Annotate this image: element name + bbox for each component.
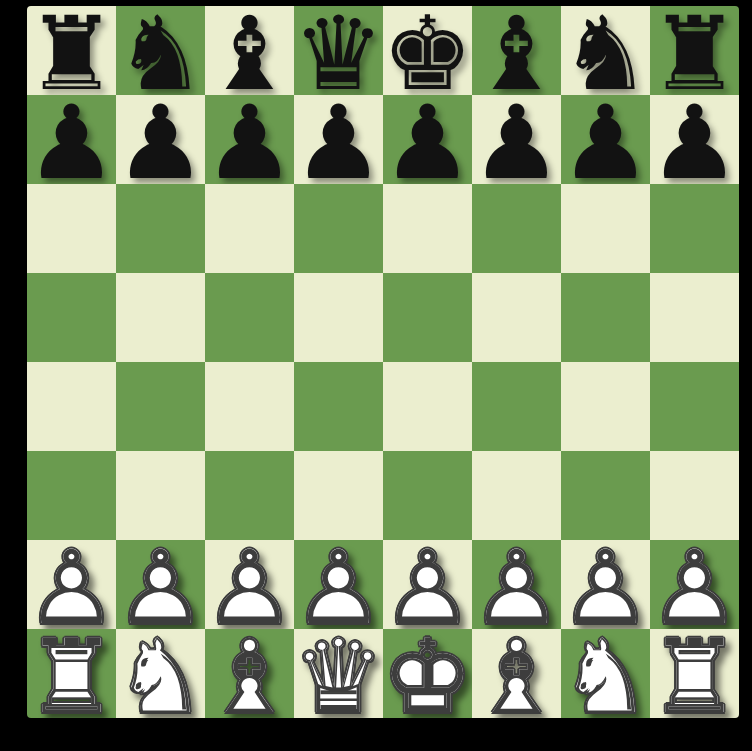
piece-black-pawn[interactable]: ♟ [561,95,650,184]
white-queen-icon: ♛ [294,632,383,718]
square-c2[interactable]: ♟♙ [205,540,294,629]
piece-white-pawn[interactable]: ♟♙ [472,540,561,629]
white-knight-outline-icon: ♘ [561,632,650,718]
black-queen-icon: ♛ [294,9,383,98]
square-h2[interactable]: ♟♙ [650,540,739,629]
square-e1[interactable]: ♚♔ [383,629,472,718]
piece-white-pawn[interactable]: ♟♙ [27,540,116,629]
square-f7[interactable]: ♟ [472,95,561,184]
square-d6[interactable] [294,184,383,273]
black-pawn-icon: ♟ [294,98,383,187]
white-pawn-icon: ♟ [294,543,383,632]
piece-white-rook[interactable]: ♜♖ [27,629,116,718]
white-king-outline-icon: ♔ [383,632,472,718]
square-f2[interactable]: ♟♙ [472,540,561,629]
square-a1[interactable]: ♜♖ [27,629,116,718]
square-b5[interactable] [116,273,205,362]
piece-black-pawn[interactable]: ♟ [383,95,472,184]
square-f5[interactable] [472,273,561,362]
piece-black-pawn[interactable]: ♟ [205,95,294,184]
white-bishop-outline-icon: ♗ [472,632,561,718]
square-d7[interactable]: ♟ [294,95,383,184]
square-e2[interactable]: ♟♙ [383,540,472,629]
square-e5[interactable] [383,273,472,362]
piece-black-pawn[interactable]: ♟ [650,95,739,184]
black-bishop-icon: ♝ [205,9,294,98]
black-pawn-icon: ♟ [27,98,116,187]
piece-white-pawn[interactable]: ♟♙ [294,540,383,629]
piece-white-pawn[interactable]: ♟♙ [205,540,294,629]
black-pawn-icon: ♟ [383,98,472,187]
white-rook-icon: ♜ [27,632,116,718]
piece-black-pawn[interactable]: ♟ [116,95,205,184]
square-b3[interactable] [116,451,205,540]
square-c7[interactable]: ♟ [205,95,294,184]
square-f3[interactable] [472,451,561,540]
square-g5[interactable] [561,273,650,362]
square-f8[interactable]: ♝ [472,6,561,95]
black-rook-icon: ♜ [27,9,116,98]
white-pawn-outline-icon: ♙ [472,543,561,632]
square-b8[interactable]: ♞ [116,6,205,95]
piece-white-rook[interactable]: ♜♖ [650,629,739,718]
square-g8[interactable]: ♞ [561,6,650,95]
piece-white-bishop[interactable]: ♝♗ [205,629,294,718]
white-rook-outline-icon: ♖ [27,632,116,718]
square-a3[interactable] [27,451,116,540]
black-pawn-icon: ♟ [650,98,739,187]
black-pawn-icon: ♟ [561,98,650,187]
square-d8[interactable]: ♛ [294,6,383,95]
square-h8[interactable]: ♜ [650,6,739,95]
white-queen-outline-icon: ♕ [294,632,383,718]
white-pawn-icon: ♟ [116,543,205,632]
white-pawn-icon: ♟ [205,543,294,632]
white-pawn-icon: ♟ [27,543,116,632]
piece-white-king[interactable]: ♚♔ [383,629,472,718]
square-h7[interactable]: ♟ [650,95,739,184]
square-g3[interactable] [561,451,650,540]
black-bishop-icon: ♝ [472,9,561,98]
piece-white-pawn[interactable]: ♟♙ [650,540,739,629]
square-h4[interactable] [650,362,739,451]
square-b2[interactable]: ♟♙ [116,540,205,629]
piece-white-pawn[interactable]: ♟♙ [383,540,472,629]
black-pawn-icon: ♟ [116,98,205,187]
piece-black-queen[interactable]: ♛ [294,6,383,95]
piece-white-knight[interactable]: ♞♘ [116,629,205,718]
white-rook-outline-icon: ♖ [650,632,739,718]
square-g4[interactable] [561,362,650,451]
white-pawn-outline-icon: ♙ [561,543,650,632]
black-king-icon: ♚ [383,9,472,98]
piece-white-pawn[interactable]: ♟♙ [561,540,650,629]
black-pawn-icon: ♟ [205,98,294,187]
square-b4[interactable] [116,362,205,451]
white-bishop-outline-icon: ♗ [205,632,294,718]
square-a8[interactable]: ♜ [27,6,116,95]
square-a5[interactable] [27,273,116,362]
square-a4[interactable] [27,362,116,451]
square-c8[interactable]: ♝ [205,6,294,95]
square-g1[interactable]: ♞♘ [561,629,650,718]
square-g2[interactable]: ♟♙ [561,540,650,629]
square-e8[interactable]: ♚ [383,6,472,95]
square-g6[interactable] [561,184,650,273]
square-h1[interactable]: ♜♖ [650,629,739,718]
square-h6[interactable] [650,184,739,273]
chess-board: ♜♞♝♛♚♝♞♜♟♟♟♟♟♟♟♟♟♙♟♙♟♙♟♙♟♙♟♙♟♙♟♙♜♖♞♘♝♗♛♕… [27,6,739,718]
white-pawn-outline-icon: ♙ [650,543,739,632]
white-pawn-outline-icon: ♙ [294,543,383,632]
white-pawn-icon: ♟ [561,543,650,632]
piece-black-pawn[interactable]: ♟ [472,95,561,184]
piece-white-pawn[interactable]: ♟♙ [116,540,205,629]
square-b6[interactable] [116,184,205,273]
white-pawn-icon: ♟ [472,543,561,632]
piece-white-knight[interactable]: ♞♘ [561,629,650,718]
piece-black-knight[interactable]: ♞ [116,6,205,95]
square-c4[interactable] [205,362,294,451]
square-f4[interactable] [472,362,561,451]
piece-white-queen[interactable]: ♛♕ [294,629,383,718]
square-c6[interactable] [205,184,294,273]
square-a2[interactable]: ♟♙ [27,540,116,629]
square-f1[interactable]: ♝♗ [472,629,561,718]
white-pawn-outline-icon: ♙ [27,543,116,632]
square-h5[interactable] [650,273,739,362]
square-e3[interactable] [383,451,472,540]
black-knight-icon: ♞ [116,9,205,98]
square-h3[interactable] [650,451,739,540]
white-rook-icon: ♜ [650,632,739,718]
square-d2[interactable]: ♟♙ [294,540,383,629]
black-pawn-icon: ♟ [472,98,561,187]
white-knight-icon: ♞ [116,632,205,718]
piece-black-rook[interactable]: ♜ [650,6,739,95]
square-a6[interactable] [27,184,116,273]
square-b7[interactable]: ♟ [116,95,205,184]
white-bishop-icon: ♝ [205,632,294,718]
piece-white-bishop[interactable]: ♝♗ [472,629,561,718]
square-d4[interactable] [294,362,383,451]
white-knight-icon: ♞ [561,632,650,718]
black-rook-icon: ♜ [650,9,739,98]
square-e4[interactable] [383,362,472,451]
piece-black-bishop[interactable]: ♝ [205,6,294,95]
square-a7[interactable]: ♟ [27,95,116,184]
white-pawn-outline-icon: ♙ [116,543,205,632]
piece-black-bishop[interactable]: ♝ [472,6,561,95]
square-b1[interactable]: ♞♘ [116,629,205,718]
square-c3[interactable] [205,451,294,540]
square-d1[interactable]: ♛♕ [294,629,383,718]
white-knight-outline-icon: ♘ [116,632,205,718]
piece-black-pawn[interactable]: ♟ [27,95,116,184]
square-c5[interactable] [205,273,294,362]
white-king-icon: ♚ [383,632,472,718]
white-pawn-icon: ♟ [650,543,739,632]
black-knight-icon: ♞ [561,9,650,98]
piece-black-rook[interactable]: ♜ [27,6,116,95]
square-c1[interactable]: ♝♗ [205,629,294,718]
white-pawn-outline-icon: ♙ [383,543,472,632]
square-f6[interactable] [472,184,561,273]
square-e7[interactable]: ♟ [383,95,472,184]
square-e6[interactable] [383,184,472,273]
square-g7[interactable]: ♟ [561,95,650,184]
white-pawn-outline-icon: ♙ [205,543,294,632]
square-d3[interactable] [294,451,383,540]
piece-black-pawn[interactable]: ♟ [294,95,383,184]
piece-black-knight[interactable]: ♞ [561,6,650,95]
piece-black-king[interactable]: ♚ [383,6,472,95]
white-pawn-icon: ♟ [383,543,472,632]
square-d5[interactable] [294,273,383,362]
white-bishop-icon: ♝ [472,632,561,718]
